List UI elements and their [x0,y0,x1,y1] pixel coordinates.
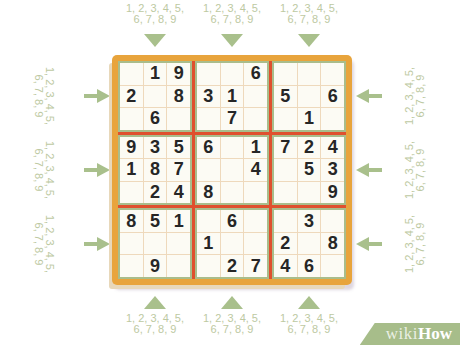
arrow-up-icon [298,296,320,309]
cell-r4c6[interactable]: 1 [244,137,267,159]
arrow-down-icon [298,34,320,47]
cell-r7c8[interactable]: 3 [298,210,321,232]
cell-r7c2[interactable]: 5 [144,210,167,232]
arrow-right-icon [84,89,110,103]
sudoku-diagram: 1, 2, 3, 4, 5, 6, 7, 8, 9 1, 2, 3, 4, 5,… [0,0,460,345]
cell-r5c8[interactable]: 5 [298,159,321,181]
cell-r6c8[interactable] [298,182,321,204]
cell-r7c9[interactable] [321,210,344,232]
arrow-up-icon [221,296,243,309]
cell-r8c3[interactable] [167,233,190,255]
cell-r4c8[interactable]: 2 [298,137,321,159]
cell-r3c6[interactable] [244,108,267,130]
cell-r9c9[interactable] [321,255,344,277]
candidate-line-2: 6, 7, 8, 9 [33,199,44,289]
cell-r5c4[interactable] [197,159,220,181]
cell-r8c2[interactable] [144,233,167,255]
box-2-3: 724539 [272,135,346,206]
box-1-3: 561 [272,61,346,132]
arrow-down-icon [221,34,243,47]
arrow-right-icon [84,163,110,177]
candidate-list: 1, 2, 3, 4, 5, 6, 7, 8, 9 [264,3,354,25]
cell-r8c7[interactable]: 2 [274,233,297,255]
cell-r2c6[interactable] [244,86,267,108]
cell-r9c1[interactable] [120,255,143,277]
cell-r7c7[interactable] [274,210,297,232]
cell-r4c5[interactable] [221,137,244,159]
cell-r8c5[interactable] [221,233,244,255]
cell-r8c9[interactable]: 8 [321,233,344,255]
cell-r4c9[interactable]: 4 [321,137,344,159]
cell-r2c9[interactable]: 6 [321,86,344,108]
cell-r3c8[interactable]: 1 [298,108,321,130]
cell-r6c3[interactable]: 4 [167,182,190,204]
cell-r5c3[interactable]: 7 [167,159,190,181]
cell-r7c5[interactable]: 6 [221,210,244,232]
candidates-right-3: 1, 2, 3, 4, 5, 6, 7, 8, 9 [404,199,426,289]
cell-r4c2[interactable]: 3 [144,137,167,159]
box-2-1: 93518724 [118,135,192,206]
wikihow-watermark: wikiHow [360,323,460,345]
cell-r5c7[interactable] [274,159,297,181]
cell-r4c7[interactable]: 7 [274,137,297,159]
cell-r7c3[interactable]: 1 [167,210,190,232]
cell-r4c1[interactable]: 9 [120,137,143,159]
candidate-line-2: 6, 7, 8, 9 [264,14,354,25]
cell-r6c7[interactable] [274,182,297,204]
cell-r2c4[interactable]: 3 [197,86,220,108]
cell-r9c6[interactable]: 7 [244,255,267,277]
cell-r2c8[interactable] [298,86,321,108]
arrow-right-icon [84,237,110,251]
cell-r3c9[interactable] [321,108,344,130]
cell-r4c4[interactable]: 6 [197,137,220,159]
cell-r9c5[interactable]: 2 [221,255,244,277]
cell-r9c8[interactable]: 6 [298,255,321,277]
cell-r6c1[interactable] [120,182,143,204]
cell-r7c6[interactable] [244,210,267,232]
cell-r9c4[interactable] [197,255,220,277]
candidates-left-3: 1, 2, 3, 4, 5, 6, 7, 8, 9 [33,199,55,289]
cell-r8c1[interactable] [120,233,143,255]
cell-r2c7[interactable]: 5 [274,86,297,108]
cell-r5c2[interactable]: 8 [144,159,167,181]
arrow-left-icon [356,163,382,177]
cell-r7c1[interactable]: 8 [120,210,143,232]
box-1-2: 6317 [195,61,269,132]
cell-r9c7[interactable]: 4 [274,255,297,277]
cell-r6c4[interactable]: 8 [197,182,220,204]
cell-r9c2[interactable]: 9 [144,255,167,277]
cell-r1c3[interactable]: 9 [167,63,190,85]
cell-r5c6[interactable]: 4 [244,159,267,181]
cell-r6c9[interactable]: 9 [321,182,344,204]
cell-r5c9[interactable]: 3 [321,159,344,181]
cell-r2c5[interactable]: 1 [221,86,244,108]
candidate-list: 1, 2, 3, 4, 5, 6, 7, 8, 9 [404,199,426,289]
cell-r2c2[interactable] [144,86,167,108]
cell-r6c5[interactable] [221,182,244,204]
candidates-top-3: 1, 2, 3, 4, 5, 6, 7, 8, 9 [264,3,354,47]
cell-r5c5[interactable] [221,159,244,181]
cell-r3c5[interactable]: 7 [221,108,244,130]
arrow-down-icon [144,34,166,47]
cell-r8c6[interactable] [244,233,267,255]
candidates-bottom-3: 1, 2, 3, 4, 5, 6, 7, 8, 9 [264,296,354,335]
cell-r1c5[interactable] [221,63,244,85]
sudoku-board-inner: 1928663175619351872461487245398519612732… [118,61,346,279]
cell-r6c2[interactable]: 2 [144,182,167,204]
cell-r3c1[interactable] [120,108,143,130]
arrow-left-icon [356,89,382,103]
wikihow-how-text: How [418,324,452,344]
candidate-list: 1, 2, 3, 4, 5, 6, 7, 8, 9 [264,313,354,335]
arrow-up-icon [144,296,166,309]
cell-r3c2[interactable]: 6 [144,108,167,130]
wikihow-wiki-text: wiki [386,324,418,344]
box-1-1: 19286 [118,61,192,132]
cell-r1c8[interactable] [298,63,321,85]
cell-r2c3[interactable]: 8 [167,86,190,108]
cell-r1c2[interactable]: 1 [144,63,167,85]
candidate-line-2: 6, 7, 8, 9 [264,324,354,335]
cell-r5c1[interactable]: 1 [120,159,143,181]
cell-r1c7[interactable] [274,63,297,85]
box-3-3: 32846 [272,208,346,279]
sudoku-board: 1928663175619351872461487245398519612732… [112,55,352,285]
cell-r4c3[interactable]: 5 [167,137,190,159]
cell-r3c4[interactable] [197,108,220,130]
cell-r8c4[interactable]: 1 [197,233,220,255]
cell-r2c1[interactable]: 2 [120,86,143,108]
cell-r6c6[interactable] [244,182,267,204]
cell-r7c4[interactable] [197,210,220,232]
cell-r3c7[interactable] [274,108,297,130]
cell-r1c1[interactable] [120,63,143,85]
cell-r8c8[interactable] [298,233,321,255]
candidate-line-1: 1, 2, 3, 4, 5, [44,199,55,289]
box-2-2: 6148 [195,135,269,206]
box-3-1: 8519 [118,208,192,279]
box-3-2: 6127 [195,208,269,279]
candidate-line-2: 6, 7, 8, 9 [415,199,426,289]
cell-r1c6[interactable]: 6 [244,63,267,85]
cell-r3c3[interactable] [167,108,190,130]
cell-r9c3[interactable] [167,255,190,277]
cell-r1c9[interactable] [321,63,344,85]
cell-r1c4[interactable] [197,63,220,85]
arrow-left-icon [356,237,382,251]
candidate-list: 1, 2, 3, 4, 5, 6, 7, 8, 9 [33,199,55,289]
